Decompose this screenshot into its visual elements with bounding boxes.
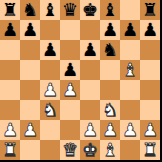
square-e5[interactable]	[80, 60, 100, 80]
square-c6[interactable]: ♟	[40, 40, 60, 60]
square-c8[interactable]: ♝	[40, 0, 60, 20]
piece-white-rook: ♜	[2, 140, 18, 160]
square-f4[interactable]	[100, 80, 120, 100]
piece-black-pawn: ♟	[22, 20, 38, 40]
square-b7[interactable]: ♟	[20, 20, 40, 40]
chess-board: ♜♞♝♛♚♝♜♟♟♟♟♟♟♟♞♟♝♟♟♞♞♟♟♟♟♟♟♜♛♚♝♜	[0, 0, 160, 160]
square-f5[interactable]	[100, 60, 120, 80]
square-f3[interactable]: ♞	[100, 100, 120, 120]
square-b6[interactable]	[20, 40, 40, 60]
chess-board-frame: ♜♞♝♛♚♝♜♟♟♟♟♟♟♟♞♟♝♟♟♞♞♟♟♟♟♟♟♜♛♚♝♜	[0, 0, 162, 162]
piece-white-queen: ♛	[62, 140, 78, 160]
square-g2[interactable]: ♟	[120, 120, 140, 140]
piece-black-pawn: ♟	[62, 60, 78, 80]
square-d1[interactable]: ♛	[60, 140, 80, 160]
piece-black-queen: ♛	[62, 0, 78, 20]
square-d5[interactable]: ♟	[60, 60, 80, 80]
square-d6[interactable]	[60, 40, 80, 60]
square-b2[interactable]: ♟	[20, 120, 40, 140]
piece-white-bishop: ♝	[122, 60, 138, 80]
square-a8[interactable]: ♜	[0, 0, 20, 20]
square-g6[interactable]	[120, 40, 140, 60]
square-g3[interactable]	[120, 100, 140, 120]
square-h3[interactable]	[140, 100, 160, 120]
square-g4[interactable]	[120, 80, 140, 100]
piece-white-pawn: ♟	[22, 120, 38, 140]
square-g1[interactable]	[120, 140, 140, 160]
square-d4[interactable]: ♟	[60, 80, 80, 100]
square-h6[interactable]	[140, 40, 160, 60]
square-a4[interactable]	[0, 80, 20, 100]
piece-black-knight: ♞	[102, 40, 118, 60]
piece-white-pawn: ♟	[42, 80, 58, 100]
square-h1[interactable]: ♜	[140, 140, 160, 160]
piece-black-pawn: ♟	[142, 20, 158, 40]
square-b8[interactable]: ♞	[20, 0, 40, 20]
square-b1[interactable]	[20, 140, 40, 160]
piece-white-pawn: ♟	[62, 80, 78, 100]
piece-white-king: ♚	[82, 140, 98, 160]
square-d7[interactable]	[60, 20, 80, 40]
square-d3[interactable]	[60, 100, 80, 120]
square-c4[interactable]: ♟	[40, 80, 60, 100]
square-b4[interactable]	[20, 80, 40, 100]
piece-black-rook: ♜	[2, 0, 18, 20]
square-b5[interactable]	[20, 60, 40, 80]
piece-black-pawn: ♟	[42, 40, 58, 60]
piece-black-pawn: ♟	[2, 20, 18, 40]
piece-white-pawn: ♟	[122, 120, 138, 140]
square-f2[interactable]: ♟	[100, 120, 120, 140]
square-e8[interactable]: ♚	[80, 0, 100, 20]
square-h2[interactable]: ♟	[140, 120, 160, 140]
square-g8[interactable]	[120, 0, 140, 20]
square-a3[interactable]	[0, 100, 20, 120]
square-f7[interactable]: ♟	[100, 20, 120, 40]
piece-white-pawn: ♟	[102, 120, 118, 140]
square-e1[interactable]: ♚	[80, 140, 100, 160]
square-f6[interactable]: ♞	[100, 40, 120, 60]
piece-black-bishop: ♝	[102, 0, 118, 20]
square-h5[interactable]	[140, 60, 160, 80]
piece-black-pawn: ♟	[102, 20, 118, 40]
square-b3[interactable]	[20, 100, 40, 120]
piece-white-bishop: ♝	[102, 140, 118, 160]
square-a5[interactable]	[0, 60, 20, 80]
square-d8[interactable]: ♛	[60, 0, 80, 20]
square-f1[interactable]: ♝	[100, 140, 120, 160]
piece-white-knight: ♞	[102, 100, 118, 120]
square-c5[interactable]	[40, 60, 60, 80]
square-a7[interactable]: ♟	[0, 20, 20, 40]
piece-white-pawn: ♟	[142, 120, 158, 140]
piece-black-bishop: ♝	[42, 0, 58, 20]
piece-black-pawn: ♟	[122, 20, 138, 40]
square-a2[interactable]: ♟	[0, 120, 20, 140]
piece-black-rook: ♜	[142, 0, 158, 20]
square-c2[interactable]	[40, 120, 60, 140]
square-h8[interactable]: ♜	[140, 0, 160, 20]
square-c3[interactable]: ♞	[40, 100, 60, 120]
square-e2[interactable]: ♟	[80, 120, 100, 140]
square-h4[interactable]	[140, 80, 160, 100]
square-e4[interactable]	[80, 80, 100, 100]
piece-black-pawn: ♟	[82, 40, 98, 60]
piece-white-rook: ♜	[142, 140, 158, 160]
square-e6[interactable]: ♟	[80, 40, 100, 60]
square-h7[interactable]: ♟	[140, 20, 160, 40]
square-e3[interactable]	[80, 100, 100, 120]
square-g7[interactable]: ♟	[120, 20, 140, 40]
square-f8[interactable]: ♝	[100, 0, 120, 20]
piece-black-knight: ♞	[22, 0, 38, 20]
piece-white-pawn: ♟	[2, 120, 18, 140]
square-c1[interactable]	[40, 140, 60, 160]
piece-black-king: ♚	[82, 0, 98, 20]
piece-white-knight: ♞	[42, 100, 58, 120]
square-c7[interactable]	[40, 20, 60, 40]
square-a6[interactable]	[0, 40, 20, 60]
square-a1[interactable]: ♜	[0, 140, 20, 160]
piece-white-pawn: ♟	[82, 120, 98, 140]
square-g5[interactable]: ♝	[120, 60, 140, 80]
square-e7[interactable]	[80, 20, 100, 40]
square-d2[interactable]	[60, 120, 80, 140]
